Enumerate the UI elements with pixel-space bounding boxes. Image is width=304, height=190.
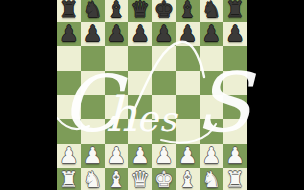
square-d4[interactable] bbox=[128, 95, 152, 119]
piece-black-pawn[interactable]: ♟ bbox=[178, 22, 198, 46]
square-h2[interactable]: ♟ bbox=[223, 144, 247, 168]
square-a7[interactable]: ♟ bbox=[57, 22, 81, 46]
piece-white-bishop[interactable]: ♝ bbox=[107, 168, 127, 190]
piece-white-knight[interactable]: ♞ bbox=[83, 168, 103, 190]
piece-white-bishop[interactable]: ♝ bbox=[178, 168, 198, 190]
square-d1[interactable]: ♛ bbox=[128, 168, 152, 190]
square-h1[interactable]: ♜ bbox=[223, 168, 247, 190]
square-c2[interactable]: ♟ bbox=[105, 144, 129, 168]
square-e7[interactable]: ♟ bbox=[152, 22, 176, 46]
square-d8[interactable]: ♛ bbox=[128, 0, 152, 22]
piece-black-bishop[interactable]: ♝ bbox=[107, 0, 127, 22]
square-c8[interactable]: ♝ bbox=[105, 0, 129, 22]
square-f7[interactable]: ♟ bbox=[176, 22, 200, 46]
piece-black-rook[interactable]: ♜ bbox=[59, 0, 79, 22]
square-h6[interactable] bbox=[223, 46, 247, 70]
square-h5[interactable] bbox=[223, 71, 247, 95]
square-c3[interactable] bbox=[105, 119, 129, 143]
square-c5[interactable] bbox=[105, 71, 129, 95]
piece-black-knight[interactable]: ♞ bbox=[83, 0, 103, 22]
square-e2[interactable]: ♟ bbox=[152, 144, 176, 168]
square-c7[interactable]: ♟ bbox=[105, 22, 129, 46]
piece-white-king[interactable]: ♚ bbox=[154, 168, 174, 190]
square-c6[interactable] bbox=[105, 46, 129, 70]
piece-black-knight[interactable]: ♞ bbox=[202, 0, 222, 22]
square-b7[interactable]: ♟ bbox=[81, 22, 105, 46]
square-a6[interactable] bbox=[57, 46, 81, 70]
square-g2[interactable]: ♟ bbox=[200, 144, 224, 168]
piece-white-pawn[interactable]: ♟ bbox=[107, 144, 127, 168]
square-g8[interactable]: ♞ bbox=[200, 0, 224, 22]
piece-black-queen[interactable]: ♛ bbox=[130, 0, 150, 22]
piece-black-rook[interactable]: ♜ bbox=[225, 0, 245, 22]
square-g6[interactable] bbox=[200, 46, 224, 70]
square-f4[interactable] bbox=[176, 95, 200, 119]
piece-white-pawn[interactable]: ♟ bbox=[202, 144, 222, 168]
square-h4[interactable] bbox=[223, 95, 247, 119]
square-h8[interactable]: ♜ bbox=[223, 0, 247, 22]
square-d7[interactable]: ♟ bbox=[128, 22, 152, 46]
square-h7[interactable]: ♟ bbox=[223, 22, 247, 46]
square-e5[interactable] bbox=[152, 71, 176, 95]
square-b3[interactable] bbox=[81, 119, 105, 143]
square-e3[interactable] bbox=[152, 119, 176, 143]
square-f6[interactable] bbox=[176, 46, 200, 70]
square-d3[interactable] bbox=[128, 119, 152, 143]
square-b4[interactable] bbox=[81, 95, 105, 119]
square-b6[interactable] bbox=[81, 46, 105, 70]
square-d5[interactable] bbox=[128, 71, 152, 95]
square-e4[interactable] bbox=[152, 95, 176, 119]
square-c1[interactable]: ♝ bbox=[105, 168, 129, 190]
piece-black-pawn[interactable]: ♟ bbox=[83, 22, 103, 46]
piece-black-pawn[interactable]: ♟ bbox=[202, 22, 222, 46]
square-g5[interactable] bbox=[200, 71, 224, 95]
square-a1[interactable]: ♜ bbox=[57, 168, 81, 190]
letterbox-stage: ♜♞♝♛♚♝♞♜♟♟♟♟♟♟♟♟♟♟♟♟♟♟♟♟♜♞♝♛♚♝♞♜ ChesS bbox=[0, 0, 304, 190]
square-a5[interactable] bbox=[57, 71, 81, 95]
piece-white-rook[interactable]: ♜ bbox=[59, 168, 79, 190]
square-d6[interactable] bbox=[128, 46, 152, 70]
square-b1[interactable]: ♞ bbox=[81, 168, 105, 190]
piece-black-pawn[interactable]: ♟ bbox=[107, 22, 127, 46]
square-a4[interactable] bbox=[57, 95, 81, 119]
piece-white-pawn[interactable]: ♟ bbox=[154, 144, 174, 168]
square-f3[interactable] bbox=[176, 119, 200, 143]
square-e1[interactable]: ♚ bbox=[152, 168, 176, 190]
piece-black-pawn[interactable]: ♟ bbox=[59, 22, 79, 46]
piece-white-knight[interactable]: ♞ bbox=[202, 168, 222, 190]
square-g7[interactable]: ♟ bbox=[200, 22, 224, 46]
square-e8[interactable]: ♚ bbox=[152, 0, 176, 22]
square-b2[interactable]: ♟ bbox=[81, 144, 105, 168]
square-a8[interactable]: ♜ bbox=[57, 0, 81, 22]
square-e6[interactable] bbox=[152, 46, 176, 70]
square-f8[interactable]: ♝ bbox=[176, 0, 200, 22]
piece-white-rook[interactable]: ♜ bbox=[225, 168, 245, 190]
square-g3[interactable] bbox=[200, 119, 224, 143]
piece-white-pawn[interactable]: ♟ bbox=[225, 144, 245, 168]
square-g4[interactable] bbox=[200, 95, 224, 119]
piece-white-pawn[interactable]: ♟ bbox=[83, 144, 103, 168]
square-d2[interactable]: ♟ bbox=[128, 144, 152, 168]
piece-white-pawn[interactable]: ♟ bbox=[59, 144, 79, 168]
piece-white-pawn[interactable]: ♟ bbox=[178, 144, 198, 168]
piece-black-pawn[interactable]: ♟ bbox=[154, 22, 174, 46]
square-f2[interactable]: ♟ bbox=[176, 144, 200, 168]
square-a2[interactable]: ♟ bbox=[57, 144, 81, 168]
square-a3[interactable] bbox=[57, 119, 81, 143]
square-h3[interactable] bbox=[223, 119, 247, 143]
piece-black-bishop[interactable]: ♝ bbox=[178, 0, 198, 22]
piece-white-queen[interactable]: ♛ bbox=[130, 168, 150, 190]
square-f5[interactable] bbox=[176, 71, 200, 95]
piece-black-pawn[interactable]: ♟ bbox=[130, 22, 150, 46]
square-g1[interactable]: ♞ bbox=[200, 168, 224, 190]
square-b8[interactable]: ♞ bbox=[81, 0, 105, 22]
square-c4[interactable] bbox=[105, 95, 129, 119]
piece-white-pawn[interactable]: ♟ bbox=[130, 144, 150, 168]
square-b5[interactable] bbox=[81, 71, 105, 95]
chess-board: ♜♞♝♛♚♝♞♜♟♟♟♟♟♟♟♟♟♟♟♟♟♟♟♟♜♞♝♛♚♝♞♜ bbox=[57, 0, 247, 190]
piece-black-king[interactable]: ♚ bbox=[154, 0, 174, 22]
piece-black-pawn[interactable]: ♟ bbox=[225, 22, 245, 46]
square-f1[interactable]: ♝ bbox=[176, 168, 200, 190]
